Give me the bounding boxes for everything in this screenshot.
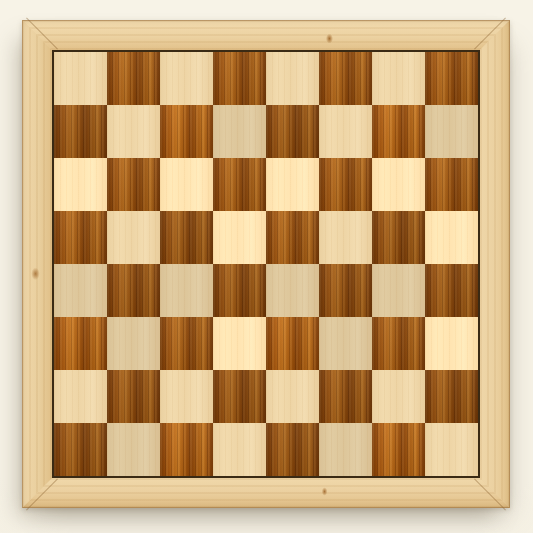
square-e5[interactable]: [266, 211, 319, 264]
square-g2[interactable]: [372, 370, 425, 423]
square-h1[interactable]: [425, 423, 478, 476]
frame-miter-seam: [26, 479, 58, 511]
square-h7[interactable]: [425, 105, 478, 158]
square-c2[interactable]: [160, 370, 213, 423]
square-d4[interactable]: [213, 264, 266, 317]
photo-backdrop: [0, 0, 533, 533]
square-g8[interactable]: [372, 52, 425, 105]
square-g6[interactable]: [372, 158, 425, 211]
square-a1[interactable]: [54, 423, 107, 476]
square-c6[interactable]: [160, 158, 213, 211]
square-g7[interactable]: [372, 105, 425, 158]
square-b8[interactable]: [107, 52, 160, 105]
square-f2[interactable]: [319, 370, 372, 423]
square-a6[interactable]: [54, 158, 107, 211]
square-h5[interactable]: [425, 211, 478, 264]
square-e2[interactable]: [266, 370, 319, 423]
square-c4[interactable]: [160, 264, 213, 317]
square-b2[interactable]: [107, 370, 160, 423]
square-b4[interactable]: [107, 264, 160, 317]
square-b5[interactable]: [107, 211, 160, 264]
square-h3[interactable]: [425, 317, 478, 370]
square-f5[interactable]: [319, 211, 372, 264]
square-d8[interactable]: [213, 52, 266, 105]
square-e8[interactable]: [266, 52, 319, 105]
square-g5[interactable]: [372, 211, 425, 264]
board-frame-left: [22, 20, 52, 508]
square-h6[interactable]: [425, 158, 478, 211]
square-d3[interactable]: [213, 317, 266, 370]
square-d1[interactable]: [213, 423, 266, 476]
square-b7[interactable]: [107, 105, 160, 158]
square-c8[interactable]: [160, 52, 213, 105]
square-f7[interactable]: [319, 105, 372, 158]
board-frame-right: [480, 20, 510, 508]
square-c7[interactable]: [160, 105, 213, 158]
square-d5[interactable]: [213, 211, 266, 264]
square-e7[interactable]: [266, 105, 319, 158]
square-d7[interactable]: [213, 105, 266, 158]
square-e6[interactable]: [266, 158, 319, 211]
square-f4[interactable]: [319, 264, 372, 317]
square-b3[interactable]: [107, 317, 160, 370]
square-g4[interactable]: [372, 264, 425, 317]
square-b6[interactable]: [107, 158, 160, 211]
square-h8[interactable]: [425, 52, 478, 105]
square-c5[interactable]: [160, 211, 213, 264]
square-b1[interactable]: [107, 423, 160, 476]
board-frame-bottom: [22, 478, 510, 508]
frame-miter-seam: [474, 18, 506, 50]
square-c3[interactable]: [160, 317, 213, 370]
frame-miter-seam: [26, 18, 58, 50]
square-g1[interactable]: [372, 423, 425, 476]
square-a2[interactable]: [54, 370, 107, 423]
chess-board: [22, 20, 510, 508]
board-squares: [52, 50, 480, 478]
square-d6[interactable]: [213, 158, 266, 211]
square-a5[interactable]: [54, 211, 107, 264]
square-e1[interactable]: [266, 423, 319, 476]
square-a4[interactable]: [54, 264, 107, 317]
square-h4[interactable]: [425, 264, 478, 317]
square-a8[interactable]: [54, 52, 107, 105]
square-f3[interactable]: [319, 317, 372, 370]
square-h2[interactable]: [425, 370, 478, 423]
square-a3[interactable]: [54, 317, 107, 370]
square-e4[interactable]: [266, 264, 319, 317]
square-g3[interactable]: [372, 317, 425, 370]
square-f8[interactable]: [319, 52, 372, 105]
square-a7[interactable]: [54, 105, 107, 158]
frame-miter-seam: [474, 479, 506, 511]
square-c1[interactable]: [160, 423, 213, 476]
square-f1[interactable]: [319, 423, 372, 476]
square-e3[interactable]: [266, 317, 319, 370]
board-frame-top: [22, 20, 510, 50]
square-d2[interactable]: [213, 370, 266, 423]
square-f6[interactable]: [319, 158, 372, 211]
